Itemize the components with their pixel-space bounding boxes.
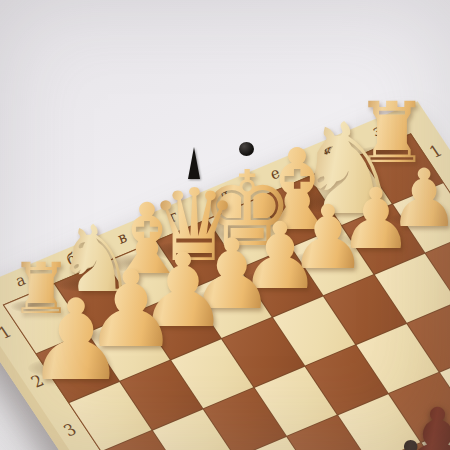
king-ball-accent [239,142,254,156]
white-pawn-a2: ♟ [20,284,132,396]
cropped-black-piece: ♟ [368,430,450,450]
photo-stage: аа11бб22вв33гг44дд55ее66жж77зз88 ♜♞♝♛♚♝♞… [0,0,450,450]
queen-spike-accent [188,147,200,179]
rank-label-left-3: 3 [58,420,84,441]
